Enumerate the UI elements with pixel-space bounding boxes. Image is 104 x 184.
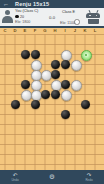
app-screen: ← Renju 15x15 You (Class C) 20 Elo: 1800… [0, 0, 104, 184]
black-stone-icon [15, 15, 19, 19]
black-stone-H-r7 [51, 90, 60, 99]
white-stone-H-r6 [51, 80, 62, 91]
redo-label: Redo [85, 179, 92, 182]
black-stone-H-r5 [51, 70, 60, 79]
bottom-toolbar: ↶ Undo ⚙ ↷ Redo [0, 170, 104, 184]
black-stone-F-r3 [31, 50, 40, 59]
white-stone-E-r7 [21, 90, 32, 101]
left-player-elo: Elo: 1800 [15, 20, 30, 24]
white-stone-F-r7 [31, 90, 42, 101]
robot-opponent-icon [85, 10, 101, 24]
board-grid [0, 28, 104, 171]
white-stone-F-r6 [31, 80, 42, 91]
right-player-class: Class E [62, 10, 75, 14]
settings-button[interactable]: ⚙ [37, 173, 67, 181]
white-stone-G-r5 [41, 70, 52, 81]
right-player-elo: Elo: 1100 [60, 21, 75, 25]
white-stone-J-r4 [71, 60, 82, 71]
left-player-name: You (Class C) [15, 9, 38, 13]
black-stone-I-r9 [61, 110, 70, 119]
white-stone-I-r7 [61, 90, 72, 101]
left-player-value: 20 [20, 15, 24, 19]
undo-label: Undo [11, 179, 18, 182]
black-stone-G-r7 [41, 90, 50, 99]
black-stone-E-r6 [21, 80, 30, 89]
left-player-stone-count: 20 [15, 15, 24, 19]
black-stone-I-r6 [61, 80, 70, 89]
black-stone-D-r8 [11, 100, 20, 109]
match-score: 0-0 [44, 15, 60, 20]
gear-icon: ⚙ [49, 173, 55, 180]
back-icon[interactable]: ← [3, 0, 9, 8]
white-stone-F-r4 [31, 60, 42, 71]
black-stone-I-r4 [61, 60, 70, 69]
black-stone-H-r4 [51, 60, 60, 69]
black-stone-F-r8 [31, 100, 40, 109]
user-avatar-icon [2, 10, 13, 23]
white-stone-K-r3-last-move [81, 50, 92, 61]
player-panel: You (Class C) 20 Elo: 1800 0-0 Class E E… [0, 8, 104, 26]
black-stone-K-r8 [81, 100, 90, 109]
undo-button[interactable]: ↶ Undo [0, 173, 30, 182]
app-title: Renju 15x15 [15, 1, 49, 7]
black-stone-E-r3 [21, 50, 30, 59]
white-stone-F-r5 [31, 70, 42, 81]
game-board[interactable]: CDEFGHIJKL [0, 28, 104, 171]
app-bar: ← Renju 15x15 [0, 0, 104, 8]
redo-button[interactable]: ↷ Redo [74, 173, 104, 182]
white-stone-I-r3 [61, 50, 72, 61]
white-stone-J-r6 [71, 80, 82, 91]
